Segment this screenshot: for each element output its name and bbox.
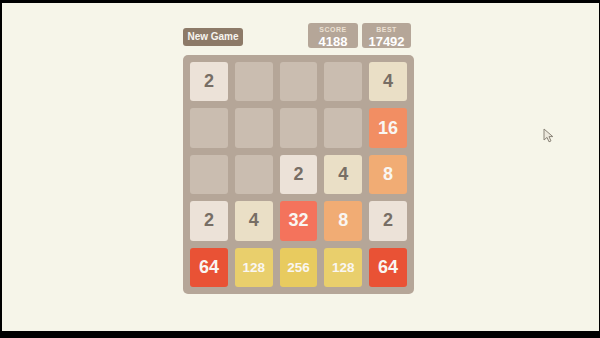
empty-cell <box>280 62 318 101</box>
best-score-box: BEST 17492 <box>362 23 411 48</box>
tile-2: 2 <box>280 155 318 194</box>
tile-4: 4 <box>235 201 273 240</box>
empty-cell <box>324 108 362 147</box>
empty-cell <box>190 155 228 194</box>
tile-64: 64 <box>369 248 407 287</box>
empty-cell <box>280 108 318 147</box>
new-game-button[interactable]: New Game <box>183 28 243 46</box>
score-label: SCORE <box>308 26 358 33</box>
empty-cell <box>190 108 228 147</box>
tile-4: 4 <box>369 62 407 101</box>
tile-16: 16 <box>369 108 407 147</box>
tile-8: 8 <box>369 155 407 194</box>
tile-2: 2 <box>190 201 228 240</box>
tile-32: 32 <box>280 201 318 240</box>
best-label: BEST <box>362 26 411 33</box>
mouse-cursor-icon <box>543 128 555 144</box>
tile-4: 4 <box>324 155 362 194</box>
score-value: 4188 <box>308 35 358 48</box>
score-box: SCORE 4188 <box>308 23 358 48</box>
tile-8: 8 <box>324 201 362 240</box>
empty-cell <box>235 108 273 147</box>
game-page: New Game SCORE 4188 BEST 17492 241624824… <box>2 3 599 331</box>
empty-cell <box>235 62 273 101</box>
tile-2: 2 <box>369 201 407 240</box>
tile-256: 256 <box>280 248 318 287</box>
tile-2: 2 <box>190 62 228 101</box>
tile-128: 128 <box>324 248 362 287</box>
board-grid: 24162482432826412825612864 <box>183 55 414 294</box>
empty-cell <box>235 155 273 194</box>
tile-128: 128 <box>235 248 273 287</box>
tile-64: 64 <box>190 248 228 287</box>
best-value: 17492 <box>362 35 411 48</box>
empty-cell <box>324 62 362 101</box>
